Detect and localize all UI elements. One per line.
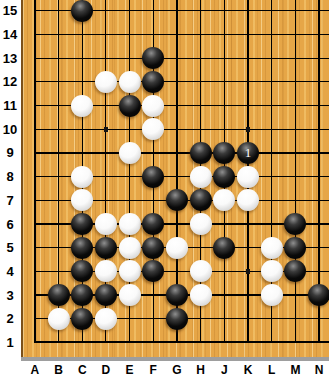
intersection-E13[interactable] [118, 46, 142, 70]
grid-line-horizontal [34, 34, 47, 35]
grid-line-horizontal [260, 223, 284, 224]
intersection-M4[interactable] [284, 260, 308, 284]
grid-line-horizontal [213, 34, 237, 35]
intersection-L13[interactable] [260, 46, 284, 70]
intersection-E11[interactable] [118, 94, 142, 118]
black-stone [95, 284, 117, 306]
grid-line-horizontal [165, 34, 189, 35]
grid-line-horizontal [307, 176, 329, 177]
intersection-A13[interactable] [23, 46, 47, 70]
grid-line-horizontal [165, 58, 189, 59]
grid-line-horizontal [284, 129, 308, 130]
intersection-L2[interactable] [260, 307, 284, 331]
intersection-N5[interactable] [307, 236, 329, 260]
intersection-J15[interactable] [213, 0, 237, 23]
intersection-F9[interactable] [141, 141, 165, 165]
grid-line-horizontal [118, 58, 142, 59]
intersection-H3[interactable] [189, 283, 213, 307]
intersection-L10[interactable] [260, 117, 284, 141]
grid-line-horizontal [307, 81, 329, 82]
star-point [246, 127, 251, 132]
row-label-6: 6 [0, 212, 20, 236]
intersection-B8[interactable] [47, 165, 71, 189]
intersection-M11[interactable] [284, 94, 308, 118]
intersection-J8[interactable] [213, 165, 237, 189]
grid-line-horizontal [260, 81, 284, 82]
intersection-H6[interactable] [189, 212, 213, 236]
grid-line-horizontal [213, 341, 237, 343]
intersection-D2[interactable] [94, 307, 118, 331]
black-stone [166, 189, 188, 211]
intersection-E7[interactable] [118, 189, 142, 213]
intersection-L8[interactable] [260, 165, 284, 189]
grid-line-horizontal [236, 105, 260, 106]
grid-line-horizontal [141, 341, 165, 343]
grid-line-horizontal [307, 271, 329, 272]
intersection-B12[interactable] [47, 70, 71, 94]
grid-line-horizontal [284, 294, 308, 295]
intersection-N6[interactable] [307, 212, 329, 236]
intersection-G8[interactable] [165, 165, 189, 189]
intersection-F3[interactable] [141, 283, 165, 307]
intersection-M14[interactable] [284, 23, 308, 47]
intersection-D14[interactable] [94, 23, 118, 47]
intersection-K14[interactable] [236, 23, 260, 47]
grid-line-horizontal [307, 10, 329, 11]
intersection-M8[interactable] [284, 165, 308, 189]
intersection-E9[interactable] [118, 141, 142, 165]
intersection-N14[interactable] [307, 23, 329, 47]
intersection-M9[interactable] [284, 141, 308, 165]
grid-line-horizontal [236, 294, 260, 295]
intersection-F14[interactable] [141, 23, 165, 47]
intersection-L14[interactable] [260, 23, 284, 47]
intersection-G2[interactable] [165, 307, 189, 331]
intersection-K3[interactable] [236, 283, 260, 307]
intersection-G9[interactable] [165, 141, 189, 165]
column-coordinate-labels: ABCDEFGHJKLMN [23, 361, 329, 379]
white-stone [190, 166, 212, 188]
intersection-J13[interactable] [213, 46, 237, 70]
black-stone [213, 142, 235, 164]
intersection-M15[interactable] [284, 0, 308, 23]
intersection-C7[interactable] [70, 189, 94, 213]
grid-line-horizontal [141, 318, 165, 319]
grid-line-horizontal [260, 176, 284, 177]
grid-line-horizontal [141, 10, 165, 11]
intersection-F7[interactable] [141, 189, 165, 213]
intersection-J12[interactable] [213, 70, 237, 94]
grid-line-horizontal [213, 105, 237, 106]
intersection-K10[interactable] [236, 117, 260, 141]
col-label-G: G [165, 361, 189, 379]
white-stone [190, 213, 212, 235]
intersection-H4[interactable] [189, 260, 213, 284]
intersection-G10[interactable] [165, 117, 189, 141]
col-label-M: M [284, 361, 308, 379]
grid-line-horizontal [165, 341, 189, 343]
intersection-E1[interactable] [118, 331, 142, 355]
intersection-A14[interactable] [23, 23, 47, 47]
intersection-F11[interactable] [141, 94, 165, 118]
intersection-N1[interactable] [307, 331, 329, 355]
intersection-H15[interactable] [189, 0, 213, 23]
grid-line-horizontal [284, 318, 308, 319]
intersection-B7[interactable] [47, 189, 71, 213]
intersection-L9[interactable] [260, 141, 284, 165]
intersection-K5[interactable] [236, 236, 260, 260]
intersection-K2[interactable] [236, 307, 260, 331]
intersection-A5[interactable] [23, 236, 47, 260]
col-label-B: B [47, 361, 71, 379]
grid-line-horizontal [307, 129, 329, 130]
intersection-J7[interactable] [213, 189, 237, 213]
intersection-G6[interactable] [165, 212, 189, 236]
intersection-D13[interactable] [94, 46, 118, 70]
intersection-G11[interactable] [165, 94, 189, 118]
black-stone [284, 260, 306, 282]
grid-line-horizontal [34, 223, 47, 224]
row-label-4: 4 [0, 260, 20, 284]
intersection-E5[interactable] [118, 236, 142, 260]
white-stone [190, 284, 212, 306]
intersection-C9[interactable] [70, 141, 94, 165]
black-stone [71, 308, 93, 330]
intersection-E2[interactable] [118, 307, 142, 331]
intersection-C5[interactable] [70, 236, 94, 260]
grid-line-horizontal [47, 10, 71, 11]
white-stone [119, 237, 141, 259]
intersection-A9[interactable] [23, 141, 47, 165]
intersection-K8[interactable] [236, 165, 260, 189]
intersection-G3[interactable] [165, 283, 189, 307]
grid-line-horizontal [70, 81, 94, 82]
grid-line-horizontal [94, 200, 118, 201]
intersection-A1[interactable] [23, 331, 47, 355]
intersection-H14[interactable] [189, 23, 213, 47]
grid-line-horizontal [34, 271, 47, 272]
intersection-N13[interactable] [307, 46, 329, 70]
intersection-E14[interactable] [118, 23, 142, 47]
grid-line-horizontal [284, 81, 308, 82]
grid-line-horizontal [213, 223, 237, 224]
intersection-D12[interactable] [94, 70, 118, 94]
intersection-H1[interactable] [189, 331, 213, 355]
intersection-N10[interactable] [307, 117, 329, 141]
intersection-L4[interactable] [260, 260, 284, 284]
grid-line-horizontal [34, 318, 47, 319]
grid-line-horizontal [189, 247, 213, 248]
black-stone [142, 166, 164, 188]
intersection-G7[interactable] [165, 189, 189, 213]
intersection-H8[interactable] [189, 165, 213, 189]
intersection-D5[interactable] [94, 236, 118, 260]
intersection-C4[interactable] [70, 260, 94, 284]
intersection-H9[interactable] [189, 141, 213, 165]
intersection-B3[interactable] [47, 283, 71, 307]
white-stone [119, 213, 141, 235]
black-stone [284, 237, 306, 259]
black-stone [95, 237, 117, 259]
grid-line-horizontal [47, 34, 71, 35]
intersection-B11[interactable] [47, 94, 71, 118]
intersection-L7[interactable] [260, 189, 284, 213]
black-stone [284, 213, 306, 235]
intersection-F4[interactable] [141, 260, 165, 284]
col-label-K: K [236, 361, 260, 379]
intersection-B6[interactable] [47, 212, 71, 236]
grid-line-horizontal [260, 200, 284, 201]
white-stone [95, 213, 117, 235]
intersection-K11[interactable] [236, 94, 260, 118]
intersection-K6[interactable] [236, 212, 260, 236]
intersection-L12[interactable] [260, 70, 284, 94]
intersection-J14[interactable] [213, 23, 237, 47]
intersection-M1[interactable] [284, 331, 308, 355]
intersection-N9[interactable] [307, 141, 329, 165]
intersection-L15[interactable] [260, 0, 284, 23]
white-stone [48, 308, 70, 330]
intersection-F12[interactable] [141, 70, 165, 94]
intersection-H12[interactable] [189, 70, 213, 94]
col-label-A: A [23, 361, 47, 379]
intersection-D1[interactable] [94, 331, 118, 355]
intersection-E12[interactable] [118, 70, 142, 94]
grid-line-horizontal [236, 58, 260, 59]
intersection-A8[interactable] [23, 165, 47, 189]
intersection-N15[interactable] [307, 0, 329, 23]
grid-line-horizontal [34, 176, 47, 177]
intersection-K9[interactable]: 1 [236, 141, 260, 165]
intersection-N8[interactable] [307, 165, 329, 189]
intersection-C13[interactable] [70, 46, 94, 70]
white-stone [119, 260, 141, 282]
board-grid: 1 [23, 0, 329, 354]
grid-line-horizontal [94, 105, 118, 106]
black-stone [142, 237, 164, 259]
intersection-K13[interactable] [236, 46, 260, 70]
grid-line-horizontal [284, 341, 308, 343]
white-stone [71, 189, 93, 211]
intersection-E8[interactable] [118, 165, 142, 189]
black-stone [142, 47, 164, 69]
intersection-A15[interactable] [23, 0, 47, 23]
intersection-M13[interactable] [284, 46, 308, 70]
intersection-C12[interactable] [70, 70, 94, 94]
intersection-N12[interactable] [307, 70, 329, 94]
intersection-A4[interactable] [23, 260, 47, 284]
intersection-H2[interactable] [189, 307, 213, 331]
intersection-H13[interactable] [189, 46, 213, 70]
intersection-F13[interactable] [141, 46, 165, 70]
grid-line-horizontal [189, 81, 213, 82]
intersection-F8[interactable] [141, 165, 165, 189]
intersection-D10[interactable] [94, 117, 118, 141]
intersection-N2[interactable] [307, 307, 329, 331]
intersection-H10[interactable] [189, 117, 213, 141]
black-stone [119, 95, 141, 117]
grid-line-horizontal [260, 58, 284, 59]
intersection-E6[interactable] [118, 212, 142, 236]
intersection-A12[interactable] [23, 70, 47, 94]
grid-line-horizontal [213, 318, 237, 319]
row-label-8: 8 [0, 165, 20, 189]
intersection-H7[interactable] [189, 189, 213, 213]
grid-line-horizontal [94, 152, 118, 153]
intersection-K7[interactable] [236, 189, 260, 213]
intersection-J6[interactable] [213, 212, 237, 236]
intersection-M12[interactable] [284, 70, 308, 94]
grid-line-horizontal [307, 105, 329, 106]
intersection-B10[interactable] [47, 117, 71, 141]
grid-line-horizontal [165, 176, 189, 177]
intersection-C2[interactable] [70, 307, 94, 331]
intersection-E4[interactable] [118, 260, 142, 284]
intersection-M5[interactable] [284, 236, 308, 260]
intersection-L5[interactable] [260, 236, 284, 260]
intersection-J10[interactable] [213, 117, 237, 141]
intersection-B1[interactable] [47, 331, 71, 355]
intersection-C8[interactable] [70, 165, 94, 189]
grid-line-horizontal [47, 58, 71, 59]
col-label-L: L [260, 361, 284, 379]
intersection-C14[interactable] [70, 23, 94, 47]
intersection-J2[interactable] [213, 307, 237, 331]
intersection-A10[interactable] [23, 117, 47, 141]
intersection-J11[interactable] [213, 94, 237, 118]
intersection-G1[interactable] [165, 331, 189, 355]
black-stone [213, 166, 235, 188]
grid-line-horizontal [236, 34, 260, 35]
intersection-G4[interactable] [165, 260, 189, 284]
intersection-N3[interactable] [307, 283, 329, 307]
grid-line-horizontal [141, 200, 165, 201]
intersection-M10[interactable] [284, 117, 308, 141]
intersection-C3[interactable] [70, 283, 94, 307]
intersection-G14[interactable] [165, 23, 189, 47]
intersection-F5[interactable] [141, 236, 165, 260]
intersection-L3[interactable] [260, 283, 284, 307]
intersection-J4[interactable] [213, 260, 237, 284]
intersection-J3[interactable] [213, 283, 237, 307]
intersection-K12[interactable] [236, 70, 260, 94]
intersection-D9[interactable] [94, 141, 118, 165]
intersection-K4[interactable] [236, 260, 260, 284]
intersection-J5[interactable] [213, 236, 237, 260]
grid-line-horizontal [118, 176, 142, 177]
intersection-H11[interactable] [189, 94, 213, 118]
intersection-D4[interactable] [94, 260, 118, 284]
grid-line-horizontal [70, 129, 94, 130]
intersection-E15[interactable] [118, 0, 142, 23]
intersection-A6[interactable] [23, 212, 47, 236]
intersection-D15[interactable] [94, 0, 118, 23]
col-label-E: E [118, 361, 142, 379]
intersection-A11[interactable] [23, 94, 47, 118]
grid-line-horizontal [307, 341, 329, 343]
row-label-3: 3 [0, 283, 20, 307]
grid-line-horizontal [189, 105, 213, 106]
intersection-D6[interactable] [94, 212, 118, 236]
grid-line-horizontal [260, 10, 284, 11]
intersection-E10[interactable] [118, 117, 142, 141]
grid-line-horizontal [47, 152, 71, 153]
intersection-M6[interactable] [284, 212, 308, 236]
white-stone [166, 237, 188, 259]
intersection-D7[interactable] [94, 189, 118, 213]
grid-line-horizontal [307, 200, 329, 201]
grid-line-horizontal [118, 200, 142, 201]
intersection-D3[interactable] [94, 283, 118, 307]
intersection-N4[interactable] [307, 260, 329, 284]
grid-line-horizontal [94, 341, 118, 343]
intersection-B9[interactable] [47, 141, 71, 165]
intersection-J1[interactable] [213, 331, 237, 355]
intersection-D8[interactable] [94, 165, 118, 189]
intersection-A7[interactable] [23, 189, 47, 213]
intersection-F10[interactable] [141, 117, 165, 141]
intersection-F15[interactable] [141, 0, 165, 23]
grid-line-horizontal [165, 10, 189, 11]
grid-line-horizontal [141, 152, 165, 153]
intersection-C6[interactable] [70, 212, 94, 236]
intersection-L1[interactable] [260, 331, 284, 355]
intersection-C11[interactable] [70, 94, 94, 118]
intersection-E3[interactable] [118, 283, 142, 307]
intersection-B13[interactable] [47, 46, 71, 70]
intersection-L11[interactable] [260, 94, 284, 118]
intersection-N11[interactable] [307, 94, 329, 118]
grid-line-horizontal [284, 105, 308, 106]
intersection-L6[interactable] [260, 212, 284, 236]
intersection-M2[interactable] [284, 307, 308, 331]
intersection-G15[interactable] [165, 0, 189, 23]
intersection-D11[interactable] [94, 94, 118, 118]
intersection-A2[interactable] [23, 307, 47, 331]
white-stone [142, 95, 164, 117]
intersection-G13[interactable] [165, 46, 189, 70]
intersection-G5[interactable] [165, 236, 189, 260]
intersection-A3[interactable] [23, 283, 47, 307]
intersection-K15[interactable] [236, 0, 260, 23]
grid-line-horizontal [47, 105, 71, 106]
intersection-N7[interactable] [307, 189, 329, 213]
intersection-F6[interactable] [141, 212, 165, 236]
col-label-H: H [189, 361, 213, 379]
intersection-B15[interactable] [47, 0, 71, 23]
grid-line-horizontal [236, 318, 260, 319]
intersection-C15[interactable] [70, 0, 94, 23]
intersection-F2[interactable] [141, 307, 165, 331]
intersection-K1[interactable] [236, 331, 260, 355]
intersection-B4[interactable] [47, 260, 71, 284]
intersection-M3[interactable] [284, 283, 308, 307]
intersection-H5[interactable] [189, 236, 213, 260]
intersection-C10[interactable] [70, 117, 94, 141]
intersection-C1[interactable] [70, 331, 94, 355]
intersection-F1[interactable] [141, 331, 165, 355]
grid-line-horizontal [189, 129, 213, 130]
grid-line-horizontal [284, 34, 308, 35]
intersection-M7[interactable] [284, 189, 308, 213]
grid-line-horizontal [260, 318, 284, 319]
intersection-B2[interactable] [47, 307, 71, 331]
intersection-G12[interactable] [165, 70, 189, 94]
intersection-B5[interactable] [47, 236, 71, 260]
intersection-B14[interactable] [47, 23, 71, 47]
intersection-J9[interactable] [213, 141, 237, 165]
grid-line-horizontal [34, 10, 47, 11]
